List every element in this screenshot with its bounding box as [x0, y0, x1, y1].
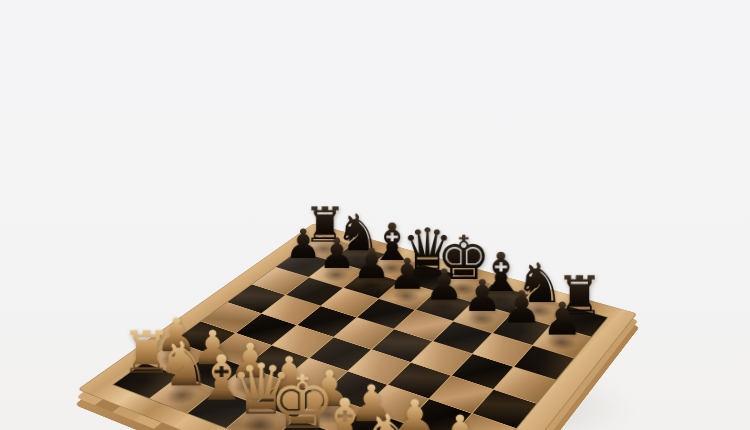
board-frame: ♜♞♝♛♚♝♞♜♟♟♟♟♟♟♟♟♟♟♟♟♟♟♟♟♜♞♝♛♚♝♞♜ [77, 223, 637, 430]
black-pawn-piece: ♟ [285, 225, 322, 264]
board-grid: ♜♞♝♛♚♝♞♜♟♟♟♟♟♟♟♟♟♟♟♟♟♟♟♟♜♞♝♛♚♝♞♜ [114, 236, 608, 430]
black-pawn-piece: ♟ [425, 265, 464, 306]
square-h6 [514, 346, 573, 380]
black-pawn-piece: ♟ [318, 235, 355, 274]
black-pawn-piece: ♟ [388, 254, 426, 294]
black-pawn-piece: ♟ [542, 298, 583, 341]
chess-board-3d: ♜♞♝♛♚♝♞♜♟♟♟♟♟♟♟♟♟♟♟♟♟♟♟♟♜♞♝♛♚♝♞♜ [77, 223, 637, 430]
black-pawn-piece: ♟ [502, 287, 542, 329]
black-pawn-piece: ♟ [353, 244, 391, 284]
white-rook-piece: ♜ [406, 426, 466, 430]
product-photo-scene: ♜♞♝♛♚♝♞♜♟♟♟♟♟♟♟♟♟♟♟♟♟♟♟♟♜♞♝♛♚♝♞♜ [0, 0, 750, 430]
black-pawn-piece: ♟ [463, 276, 502, 318]
